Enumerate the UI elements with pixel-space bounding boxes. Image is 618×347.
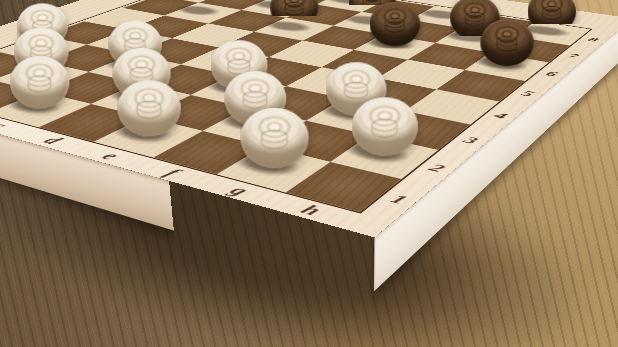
- white-man-icon: ⛀: [26, 66, 53, 98]
- white-man-icon: ⛀: [370, 109, 400, 145]
- white-man-icon: ⛀: [259, 120, 290, 157]
- black-man-icon: ⛂: [495, 28, 519, 57]
- black-man-icon: ⛂: [384, 11, 407, 38]
- white-man-g1[interactable]: ⛀: [240, 108, 308, 168]
- checkers-board: ⛂⛂⛂⛂⛂⛂⛂⛂⛂⛂⛂⛂⛀⛀⛀⛀⛀⛀⛀⛀⛀⛀⛀⛀ abcdefgh1234567…: [0, 0, 618, 237]
- black-man-f6[interactable]: ⛂: [370, 2, 420, 47]
- black-man-icon: ⛂: [464, 5, 486, 32]
- white-man-h2[interactable]: ⛀: [352, 97, 418, 156]
- white-man-icon: ⛀: [343, 73, 370, 106]
- table-surface: ⛂⛂⛂⛂⛂⛂⛂⛂⛂⛂⛂⛂⛀⛀⛀⛀⛀⛀⛀⛀⛀⛀⛀⛀ abcdefgh1234567…: [0, 0, 618, 347]
- black-man-icon: ⛂: [193, 0, 214, 5]
- black-man-h6[interactable]: ⛂: [480, 19, 533, 66]
- black-man-icon: ⛂: [541, 0, 563, 25]
- white-man-e1[interactable]: ⛀: [117, 80, 181, 136]
- black-man-icon: ⛂: [283, 0, 305, 20]
- white-man-c1[interactable]: ⛀: [10, 56, 69, 109]
- white-man-icon: ⛀: [135, 91, 164, 125]
- scene: ⛂⛂⛂⛂⛂⛂⛂⛂⛂⛂⛂⛂⛀⛀⛀⛀⛀⛀⛀⛀⛀⛀⛀⛀ abcdefgh1234567…: [0, 0, 618, 347]
